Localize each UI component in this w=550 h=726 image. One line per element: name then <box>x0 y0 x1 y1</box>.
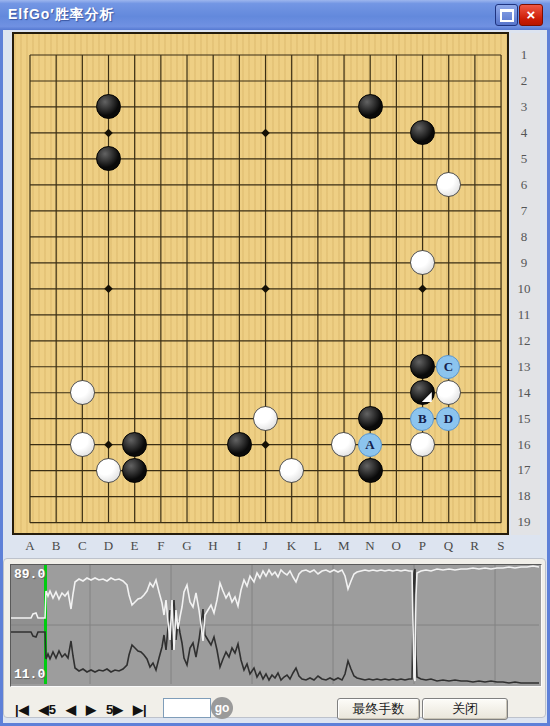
go-button-label: go <box>215 701 230 715</box>
window-title: ElfGo′胜率分析 <box>8 6 115 24</box>
stone-white-J15 <box>253 406 278 431</box>
col-label-O: O <box>383 537 409 554</box>
stone-black-P4 <box>410 120 435 145</box>
stone-white-P16 <box>410 432 435 457</box>
maximize-icon <box>500 9 514 22</box>
col-label-L: L <box>305 537 331 554</box>
stone-white-Q14 <box>436 380 461 405</box>
col-label-K: K <box>278 537 304 554</box>
final-move-count-button[interactable]: 最终手数 <box>337 698 420 720</box>
row-label-9: 9 <box>511 250 537 276</box>
row-label-10: 10 <box>511 276 537 302</box>
stone-black-D5 <box>96 146 121 171</box>
row-label-15: 15 <box>511 406 537 432</box>
stone-white-Q6 <box>436 172 461 197</box>
row-label-5: 5 <box>511 146 537 172</box>
col-label-F: F <box>148 537 174 554</box>
stone-white-C14 <box>70 380 95 405</box>
suggestion-d[interactable]: D <box>436 407 460 431</box>
winrate-curves <box>11 565 539 684</box>
stone-black-E16 <box>122 432 147 457</box>
col-label-M: M <box>331 537 357 554</box>
row-label-7: 7 <box>511 198 537 224</box>
last-move-marker <box>422 392 432 402</box>
window-content: ABCD 12345678910111213141516171819 ABCDE… <box>3 30 547 723</box>
nav-forward-button[interactable]: ▶ <box>86 702 96 717</box>
row-label-2: 2 <box>511 68 537 94</box>
column-coordinates: ABCDEFGHIJKLMNOPQRS <box>17 537 514 554</box>
col-label-A: A <box>17 537 43 554</box>
row-label-3: 3 <box>511 94 537 120</box>
titlebar[interactable]: ElfGo′胜率分析 × <box>0 0 550 30</box>
col-label-P: P <box>409 537 435 554</box>
stones-layer: ABCD <box>17 42 514 536</box>
col-label-S: S <box>488 537 514 554</box>
row-label-8: 8 <box>511 224 537 250</box>
row-label-14: 14 <box>511 380 537 406</box>
row-label-18: 18 <box>511 483 537 509</box>
row-label-6: 6 <box>511 172 537 198</box>
nav-back-button[interactable]: ◀ <box>66 702 76 717</box>
col-label-J: J <box>252 537 278 554</box>
stone-white-C16 <box>70 432 95 457</box>
close-button[interactable]: × <box>519 4 543 26</box>
maximize-button[interactable] <box>495 4 518 26</box>
stone-white-D17 <box>96 458 121 483</box>
row-label-16: 16 <box>511 432 537 458</box>
nav-forward-5-button[interactable]: 5▶ <box>106 702 123 717</box>
row-label-19: 19 <box>511 509 537 535</box>
row-label-4: 4 <box>511 120 537 146</box>
stone-white-K17 <box>279 458 304 483</box>
winrate-graph[interactable]: 89.0 11.0 <box>10 564 542 687</box>
suggestion-a[interactable]: A <box>358 433 382 457</box>
move-number-input[interactable] <box>163 698 211 718</box>
white-winrate-value: 11.0 <box>14 667 45 682</box>
col-label-N: N <box>357 537 383 554</box>
close-icon: × <box>527 6 536 23</box>
col-label-H: H <box>200 537 226 554</box>
go-button[interactable]: go <box>211 697 233 719</box>
stone-black-N15 <box>358 406 383 431</box>
row-label-1: 1 <box>511 42 537 68</box>
stone-black-P13 <box>410 354 435 379</box>
nav-first-button[interactable]: |◀ <box>15 702 29 717</box>
suggestion-c[interactable]: C <box>436 355 460 379</box>
row-label-13: 13 <box>511 354 537 380</box>
close-dialog-button[interactable]: 关闭 <box>422 698 508 720</box>
nav-back-5-button[interactable]: ◀5 <box>39 702 56 717</box>
stone-black-N3 <box>358 94 383 119</box>
elfgo-analysis-window: ElfGo′胜率分析 × ABCD 1234567891011121314151… <box>0 0 550 726</box>
col-label-R: R <box>462 537 488 554</box>
col-label-E: E <box>122 537 148 554</box>
col-label-G: G <box>174 537 200 554</box>
stone-black-P14 <box>410 380 435 405</box>
col-label-C: C <box>69 537 95 554</box>
move-navigation: |◀ ◀5 ◀ ▶ 5▶ ▶| <box>15 698 147 720</box>
stone-black-D3 <box>96 94 121 119</box>
suggestion-b[interactable]: B <box>410 407 434 431</box>
col-label-I: I <box>226 537 252 554</box>
stone-white-P9 <box>410 250 435 275</box>
col-label-D: D <box>95 537 121 554</box>
stone-black-N17 <box>358 458 383 483</box>
stone-black-E17 <box>122 458 147 483</box>
row-label-12: 12 <box>511 328 537 354</box>
row-label-11: 11 <box>511 302 537 328</box>
stone-white-M16 <box>331 432 356 457</box>
row-label-17: 17 <box>511 458 537 484</box>
stone-black-I16 <box>227 432 252 457</box>
black-winrate-value: 89.0 <box>14 567 45 582</box>
row-coordinates: 12345678910111213141516171819 <box>511 42 537 536</box>
col-label-Q: Q <box>435 537 461 554</box>
nav-last-button[interactable]: ▶| <box>133 702 147 717</box>
col-label-B: B <box>43 537 69 554</box>
